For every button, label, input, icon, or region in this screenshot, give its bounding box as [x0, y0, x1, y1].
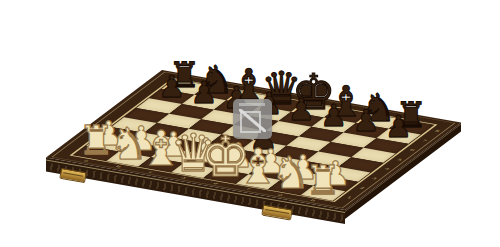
watermark [233, 99, 272, 139]
piece-black-p-f7[interactable]: ♟ [320, 101, 347, 131]
piece-black-p-g7[interactable]: ♟ [352, 106, 379, 136]
piece-black-p-b7[interactable]: ♟ [190, 78, 217, 108]
piece-black-p-e7[interactable]: ♟ [288, 95, 315, 125]
watermark-diagonal [239, 109, 266, 132]
piece-white-r-h1[interactable]: ♜ [305, 160, 341, 200]
watermark-text-line [239, 103, 265, 106]
piece-black-p-a7[interactable]: ♟ [158, 72, 185, 102]
piece-black-p-h7[interactable]: ♟ [385, 112, 412, 142]
chess-set-photo: abcdefgh12345678 ♜♞♝♛♚♝♞♜♟♟♟♟♟♟♟♟♟♟♟♟♟♟♟… [0, 0, 500, 247]
